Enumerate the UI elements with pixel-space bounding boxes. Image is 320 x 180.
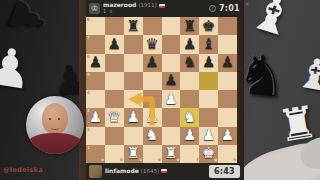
top-captured-pieces: 1 ♗ — [103, 9, 165, 15]
square-e1[interactable]: ♜e — [162, 145, 181, 163]
file-label: c — [139, 158, 141, 162]
bottom-player-clock: 6:43 — [209, 165, 240, 178]
file-label: b — [120, 158, 123, 162]
webcam-overlay — [26, 96, 84, 154]
rank-label: 5 — [87, 73, 90, 77]
rank-label: 8 — [87, 18, 90, 22]
black-pawn: ♟ — [145, 55, 158, 70]
square-d7[interactable]: ♛ — [143, 35, 162, 53]
square-c4[interactable] — [124, 90, 143, 108]
square-b3[interactable]: ♛ — [105, 108, 124, 126]
eye — [58, 118, 60, 120]
square-f5[interactable] — [180, 72, 199, 90]
black-rook: ♜ — [126, 19, 139, 34]
square-f6[interactable]: ♞ — [180, 54, 199, 72]
square-h8[interactable] — [218, 17, 237, 35]
channel-watermark: @lodoiska — [3, 166, 43, 174]
square-g4[interactable] — [199, 90, 218, 108]
white-pawn: ♟ — [126, 110, 139, 125]
rank-label: 7 — [87, 36, 90, 40]
file-label: d — [158, 158, 161, 162]
square-a8[interactable]: 8 — [86, 17, 105, 35]
square-h3[interactable] — [218, 108, 237, 126]
square-h2[interactable]: ♟ — [218, 127, 237, 145]
white-pawn-left-decor: ♟ — [0, 39, 36, 98]
black-pawn: ♟ — [108, 37, 121, 52]
rank-label: 6 — [87, 55, 90, 59]
square-e7[interactable] — [162, 35, 181, 53]
top-player-bar: ♔ mazerood (1911) 1 ♗ ! 7:01 — [86, 0, 243, 17]
square-e3[interactable] — [162, 108, 181, 126]
white-pawn: ♟ — [89, 110, 102, 125]
black-king: ♚ — [202, 19, 215, 34]
square-h4[interactable] — [218, 90, 237, 108]
white-knight: ♞ — [183, 110, 196, 125]
square-f2[interactable]: ♟ — [180, 127, 199, 145]
square-b5[interactable] — [105, 72, 124, 90]
square-c8[interactable]: ♜ — [124, 17, 143, 35]
square-e2[interactable] — [162, 127, 181, 145]
square-h6[interactable]: ♟ — [218, 54, 237, 72]
white-knight: ♞ — [145, 128, 158, 143]
rank-label: 3 — [87, 109, 90, 113]
white-pawn: ♟ — [183, 128, 196, 143]
square-g1[interactable]: ♚g — [199, 145, 218, 163]
shirt — [28, 133, 82, 154]
square-b8[interactable] — [105, 17, 124, 35]
square-a5[interactable]: 5 — [86, 72, 105, 90]
square-a2[interactable]: 2 — [86, 127, 105, 145]
square-d4[interactable] — [143, 90, 162, 108]
square-g2[interactable]: ♟ — [199, 127, 218, 145]
square-e8[interactable] — [162, 17, 181, 35]
chess-board: 8♜♜♚7♟♛♟♝♟6♟♞♟♟5♟4♟♟3♛♟♟♞2♞♟♟♟1ab♜cd♜ef♚… — [86, 17, 237, 163]
black-rook: ♜ — [183, 19, 196, 34]
black-pawn: ♟ — [183, 37, 196, 52]
flag-icon — [161, 169, 167, 173]
square-b4[interactable] — [105, 90, 124, 108]
square-f8[interactable]: ♜ — [180, 17, 199, 35]
square-a4[interactable]: 4 — [86, 90, 105, 108]
square-e5[interactable]: ♟ — [162, 72, 181, 90]
white-queen: ♛ — [108, 110, 121, 125]
square-g3[interactable] — [199, 108, 218, 126]
square-b7[interactable]: ♟ — [105, 35, 124, 53]
white-pawn: ♟ — [221, 128, 234, 143]
square-d2[interactable]: ♞ — [143, 127, 162, 145]
white-rook: ♜ — [164, 146, 177, 161]
square-g7[interactable]: ♝ — [199, 35, 218, 53]
close-icon[interactable]: ✕ — [245, 1, 249, 7]
square-g8[interactable]: ♚ — [199, 17, 218, 35]
black-pawn: ♟ — [221, 55, 234, 70]
square-d1[interactable]: d — [143, 145, 162, 163]
square-b2[interactable] — [105, 127, 124, 145]
square-h7[interactable] — [218, 35, 237, 53]
white-pawn: ♟ — [145, 110, 158, 125]
square-f4[interactable] — [180, 90, 199, 108]
berserk-icon: ! — [209, 5, 216, 12]
bottom-player-bar: linfamode (1645) 6:43 — [86, 163, 243, 180]
black-bishop: ♝ — [202, 37, 215, 52]
bottom-player-avatar — [89, 165, 102, 178]
square-d8[interactable] — [143, 17, 162, 35]
white-pawn: ♟ — [202, 128, 215, 143]
square-h5[interactable] — [218, 72, 237, 90]
white-bishop-decor-right: ♝ — [293, 51, 320, 99]
square-g5[interactable] — [199, 72, 218, 90]
square-d6[interactable]: ♟ — [143, 54, 162, 72]
top-player-rating: (1911) — [138, 2, 156, 8]
white-rook: ♜ — [126, 146, 139, 161]
square-e6[interactable] — [162, 54, 181, 72]
square-c6[interactable] — [124, 54, 143, 72]
square-a3[interactable]: ♟3 — [86, 108, 105, 126]
top-player-clock: 7:01 — [219, 4, 240, 13]
square-d5[interactable] — [143, 72, 162, 90]
square-f7[interactable]: ♟ — [180, 35, 199, 53]
square-c2[interactable] — [124, 127, 143, 145]
file-label: e — [177, 158, 180, 162]
square-a1[interactable]: 1a — [86, 145, 105, 163]
square-d3[interactable]: ♟ — [143, 108, 162, 126]
white-bishop-decor-top: ♝ — [244, 0, 301, 45]
white-pawn: ♟ — [164, 92, 177, 107]
square-b1[interactable]: b — [105, 145, 124, 163]
square-f1[interactable]: f — [180, 145, 199, 163]
file-label: h — [233, 158, 236, 162]
square-a7[interactable]: 7 — [86, 35, 105, 53]
square-g6[interactable]: ♟ — [199, 54, 218, 72]
rank-label: 4 — [87, 91, 90, 95]
file-label: f — [197, 158, 199, 162]
square-c1[interactable]: ♜c — [124, 145, 143, 163]
square-b6[interactable] — [105, 54, 124, 72]
file-label: a — [101, 158, 104, 162]
flag-icon — [159, 4, 165, 8]
top-player-avatar: ♔ — [89, 3, 100, 14]
black-pawn: ♟ — [202, 55, 215, 70]
black-pawn: ♟ — [164, 73, 177, 88]
stream-frame: ♟ ♟ ♟ ♝ ♞ ♝ ♜ ♔ mazerood (1911) 1 ♗ ! 7:… — [0, 0, 320, 180]
black-queen: ♛ — [145, 37, 158, 52]
square-h1[interactable]: h — [218, 145, 237, 163]
black-pawn: ♟ — [89, 55, 102, 70]
smile — [51, 125, 59, 130]
square-c3[interactable]: ♟ — [124, 108, 143, 126]
rank-label: 1 — [87, 146, 90, 150]
fallen-black-pawn-decor: ♟ — [0, 0, 56, 45]
file-label: g — [214, 158, 217, 162]
black-knight: ♞ — [183, 55, 196, 70]
bottom-player-rating: (1645) — [141, 168, 159, 174]
square-c5[interactable] — [124, 72, 143, 90]
square-e4[interactable]: ♟ — [162, 90, 181, 108]
square-c7[interactable] — [124, 35, 143, 53]
eye — [49, 118, 51, 120]
bottom-player-name: linfamode — [105, 168, 139, 175]
square-f3[interactable]: ♞ — [180, 108, 199, 126]
square-a6[interactable]: ♟6 — [86, 54, 105, 72]
rank-label: 2 — [87, 128, 90, 132]
